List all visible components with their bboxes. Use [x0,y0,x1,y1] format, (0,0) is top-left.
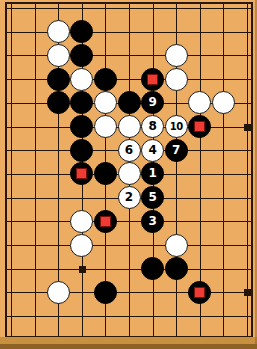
goban-bottom-edge-bevel [0,337,257,344]
stone-white [94,115,117,138]
red-square-mark [147,74,158,85]
move-number: 1 [142,163,163,184]
grid-horizontal-line [6,245,253,246]
grid-horizontal-line [6,8,253,9]
stone-black-move-9: 9 [141,91,164,114]
grid-horizontal-line [6,221,253,222]
stone-black-move-5: 5 [141,186,164,209]
stone-white [47,20,70,43]
stone-white [47,281,70,304]
move-number: 3 [142,211,163,232]
grid-vertical-line [11,3,12,337]
stone-white [165,68,188,91]
red-square-mark [194,121,205,132]
stone-white-move-6: 6 [118,139,141,162]
grid-horizontal-line [6,269,253,270]
stone-black [94,210,117,233]
stone-black [70,139,93,162]
grid-horizontal-line [6,292,253,293]
red-square-mark [76,168,87,179]
red-square-mark [194,287,205,298]
goban-bottom-edge-shadow [0,344,257,349]
grid-horizontal-line [6,32,253,33]
stone-white [47,44,70,67]
stone-black-move-3: 3 [141,210,164,233]
move-number: 4 [142,140,163,161]
star-point [244,289,251,296]
grid-vertical-line [35,3,36,337]
grid-vertical-line [247,3,248,337]
stone-black [47,68,70,91]
move-number: 7 [166,140,187,161]
stone-white-move-2: 2 [118,186,141,209]
stone-white [118,162,141,185]
stone-white-move-10: 10 [165,115,188,138]
stone-black [118,91,141,114]
stone-white [165,234,188,257]
stone-white [70,68,93,91]
star-point [79,266,86,273]
stone-white-move-4: 4 [141,139,164,162]
grid-horizontal-line [6,55,253,56]
stone-black-move-1: 1 [141,162,164,185]
goban-right-edge-shadow [255,0,257,349]
grid-horizontal-line [6,316,253,317]
move-number: 2 [119,187,140,208]
stone-white [70,210,93,233]
move-number: 8 [142,116,163,137]
stone-white [118,115,141,138]
stone-black [141,68,164,91]
star-point [244,124,251,131]
move-number: 9 [142,92,163,113]
move-number: 6 [119,140,140,161]
stone-white-move-8: 8 [141,115,164,138]
stone-black-move-7: 7 [165,139,188,162]
stone-black [94,281,117,304]
stone-black [165,257,188,280]
move-number: 10 [166,116,187,137]
go-board-diagram: 98106471253 [0,0,257,349]
stone-black [47,91,70,114]
stone-black [94,68,117,91]
move-number: 5 [142,187,163,208]
stone-white [165,44,188,67]
red-square-mark [100,216,111,227]
grid-vertical-line [223,3,224,337]
grid-horizontal-line [6,79,253,80]
stone-white [70,234,93,257]
